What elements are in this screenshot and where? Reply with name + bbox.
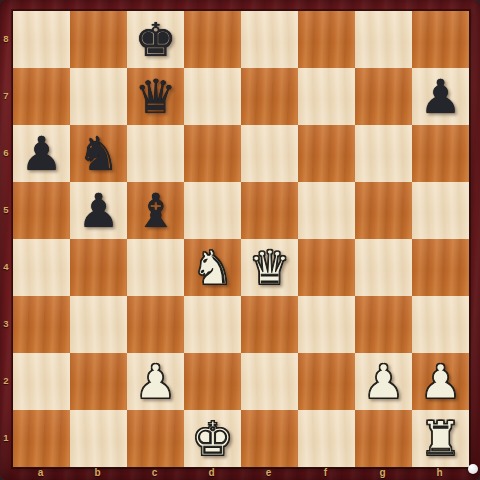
square-d7[interactable]	[184, 68, 241, 125]
square-a1[interactable]	[13, 410, 70, 467]
file-label-g: g	[354, 467, 411, 478]
square-g4[interactable]	[355, 239, 412, 296]
white-pawn[interactable]: ♟	[419, 353, 461, 410]
square-c6[interactable]	[127, 125, 184, 182]
square-h8[interactable]	[412, 11, 469, 68]
black-pawn[interactable]: ♟	[419, 68, 461, 125]
square-g8[interactable]	[355, 11, 412, 68]
square-e5[interactable]	[241, 182, 298, 239]
square-c4[interactable]	[127, 239, 184, 296]
rank-label-6: 6	[0, 147, 12, 158]
white-knight[interactable]: ♞	[191, 239, 233, 296]
square-c1[interactable]	[127, 410, 184, 467]
square-b4[interactable]	[70, 239, 127, 296]
file-label-f: f	[297, 467, 354, 478]
square-b8[interactable]	[70, 11, 127, 68]
square-d5[interactable]	[184, 182, 241, 239]
white-pawn[interactable]: ♟	[134, 353, 176, 410]
square-f6[interactable]	[298, 125, 355, 182]
square-d3[interactable]	[184, 296, 241, 353]
square-g1[interactable]	[355, 410, 412, 467]
square-h5[interactable]	[412, 182, 469, 239]
white-queen[interactable]: ♛	[248, 239, 290, 296]
rank-label-8: 8	[0, 33, 12, 44]
file-label-c: c	[126, 467, 183, 478]
square-h1[interactable]: ♜	[412, 410, 469, 467]
square-f1[interactable]	[298, 410, 355, 467]
square-h7[interactable]: ♟	[412, 68, 469, 125]
square-h6[interactable]	[412, 125, 469, 182]
square-b1[interactable]	[70, 410, 127, 467]
file-label-h: h	[411, 467, 468, 478]
square-e1[interactable]	[241, 410, 298, 467]
square-f7[interactable]	[298, 68, 355, 125]
rank-label-7: 7	[0, 90, 12, 101]
square-c8[interactable]: ♚	[127, 11, 184, 68]
square-a7[interactable]	[13, 68, 70, 125]
black-pawn[interactable]: ♟	[20, 125, 62, 182]
square-d6[interactable]	[184, 125, 241, 182]
square-c3[interactable]	[127, 296, 184, 353]
chess-board-frame: ♚♛♟♟♞♟♝♞♛♟♟♟♚♜ 87654321 abcdefgh	[0, 0, 480, 480]
square-f2[interactable]	[298, 353, 355, 410]
square-e3[interactable]	[241, 296, 298, 353]
square-a5[interactable]	[13, 182, 70, 239]
square-a3[interactable]	[13, 296, 70, 353]
rank-label-3: 3	[0, 318, 12, 329]
square-g6[interactable]	[355, 125, 412, 182]
square-c5[interactable]: ♝	[127, 182, 184, 239]
square-e8[interactable]	[241, 11, 298, 68]
square-c7[interactable]: ♛	[127, 68, 184, 125]
rank-label-1: 1	[0, 432, 12, 443]
square-d4[interactable]: ♞	[184, 239, 241, 296]
square-g7[interactable]	[355, 68, 412, 125]
square-f4[interactable]	[298, 239, 355, 296]
square-g5[interactable]	[355, 182, 412, 239]
white-to-move-indicator	[468, 464, 478, 474]
square-h4[interactable]	[412, 239, 469, 296]
black-king[interactable]: ♚	[134, 11, 176, 68]
white-pawn[interactable]: ♟	[362, 353, 404, 410]
chess-board: ♚♛♟♟♞♟♝♞♛♟♟♟♚♜	[12, 10, 470, 468]
square-c2[interactable]: ♟	[127, 353, 184, 410]
square-a2[interactable]	[13, 353, 70, 410]
square-h2[interactable]: ♟	[412, 353, 469, 410]
file-label-b: b	[69, 467, 126, 478]
file-label-d: d	[183, 467, 240, 478]
square-f3[interactable]	[298, 296, 355, 353]
square-b3[interactable]	[70, 296, 127, 353]
square-f5[interactable]	[298, 182, 355, 239]
square-a8[interactable]	[13, 11, 70, 68]
square-e2[interactable]	[241, 353, 298, 410]
file-label-e: e	[240, 467, 297, 478]
rank-label-4: 4	[0, 261, 12, 272]
square-g3[interactable]	[355, 296, 412, 353]
square-e4[interactable]: ♛	[241, 239, 298, 296]
black-pawn[interactable]: ♟	[77, 182, 119, 239]
black-queen[interactable]: ♛	[134, 68, 176, 125]
square-b2[interactable]	[70, 353, 127, 410]
black-bishop[interactable]: ♝	[134, 182, 176, 239]
rank-label-5: 5	[0, 204, 12, 215]
white-king[interactable]: ♚	[191, 410, 233, 467]
rank-label-2: 2	[0, 375, 12, 386]
square-a4[interactable]	[13, 239, 70, 296]
square-h3[interactable]	[412, 296, 469, 353]
square-b7[interactable]	[70, 68, 127, 125]
square-b5[interactable]: ♟	[70, 182, 127, 239]
file-label-a: a	[12, 467, 69, 478]
black-knight[interactable]: ♞	[77, 125, 119, 182]
square-e7[interactable]	[241, 68, 298, 125]
square-d1[interactable]: ♚	[184, 410, 241, 467]
square-e6[interactable]	[241, 125, 298, 182]
white-rook[interactable]: ♜	[419, 410, 461, 467]
square-d2[interactable]	[184, 353, 241, 410]
square-g2[interactable]: ♟	[355, 353, 412, 410]
square-b6[interactable]: ♞	[70, 125, 127, 182]
square-f8[interactable]	[298, 11, 355, 68]
square-d8[interactable]	[184, 11, 241, 68]
square-a6[interactable]: ♟	[13, 125, 70, 182]
